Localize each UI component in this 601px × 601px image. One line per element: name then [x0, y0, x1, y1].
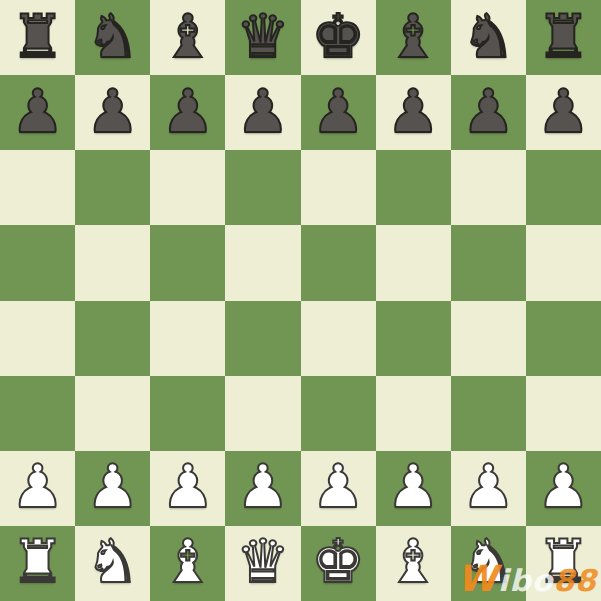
white-pawn[interactable]: ♟: [461, 456, 515, 516]
square-g8[interactable]: ♞: [451, 0, 526, 75]
white-king[interactable]: ♚: [311, 531, 365, 591]
square-g6[interactable]: [451, 150, 526, 225]
square-e8[interactable]: ♚: [301, 0, 376, 75]
square-e2[interactable]: ♟: [301, 451, 376, 526]
square-f1[interactable]: ♝: [376, 526, 451, 601]
white-rook[interactable]: ♜: [537, 531, 591, 591]
square-h1[interactable]: ♜: [526, 526, 601, 601]
square-a8[interactable]: ♜: [0, 0, 75, 75]
white-bishop[interactable]: ♝: [386, 531, 440, 591]
square-c3[interactable]: [150, 376, 225, 451]
square-b6[interactable]: [75, 150, 150, 225]
square-b3[interactable]: [75, 376, 150, 451]
square-d8[interactable]: ♛: [225, 0, 300, 75]
square-d3[interactable]: [225, 376, 300, 451]
square-e4[interactable]: [301, 301, 376, 376]
square-f5[interactable]: [376, 225, 451, 300]
black-rook[interactable]: ♜: [11, 6, 65, 66]
black-bishop[interactable]: ♝: [386, 6, 440, 66]
black-pawn[interactable]: ♟: [386, 81, 440, 141]
square-h4[interactable]: [526, 301, 601, 376]
square-d6[interactable]: [225, 150, 300, 225]
square-c8[interactable]: ♝: [150, 0, 225, 75]
square-d1[interactable]: ♛: [225, 526, 300, 601]
square-a4[interactable]: [0, 301, 75, 376]
square-c5[interactable]: [150, 225, 225, 300]
white-bishop[interactable]: ♝: [161, 531, 215, 591]
square-h8[interactable]: ♜: [526, 0, 601, 75]
square-d7[interactable]: ♟: [225, 75, 300, 150]
square-b7[interactable]: ♟: [75, 75, 150, 150]
black-pawn[interactable]: ♟: [236, 81, 290, 141]
white-pawn[interactable]: ♟: [386, 456, 440, 516]
square-g7[interactable]: ♟: [451, 75, 526, 150]
chess-board: ♜♞♝♛♚♝♞♜♟♟♟♟♟♟♟♟♟♟♟♟♟♟♟♟♜♞♝♛♚♝♞♜: [0, 0, 601, 601]
black-pawn[interactable]: ♟: [86, 81, 140, 141]
square-b1[interactable]: ♞: [75, 526, 150, 601]
square-c7[interactable]: ♟: [150, 75, 225, 150]
white-pawn[interactable]: ♟: [11, 456, 65, 516]
square-f7[interactable]: ♟: [376, 75, 451, 150]
square-g3[interactable]: [451, 376, 526, 451]
square-d2[interactable]: ♟: [225, 451, 300, 526]
square-g5[interactable]: [451, 225, 526, 300]
white-knight[interactable]: ♞: [86, 531, 140, 591]
white-knight[interactable]: ♞: [461, 531, 515, 591]
square-g4[interactable]: [451, 301, 526, 376]
black-pawn[interactable]: ♟: [11, 81, 65, 141]
chess-board-screenshot: ♜♞♝♛♚♝♞♜♟♟♟♟♟♟♟♟♟♟♟♟♟♟♟♟♜♞♝♛♚♝♞♜ Wibo88: [0, 0, 601, 601]
square-c6[interactable]: [150, 150, 225, 225]
white-pawn[interactable]: ♟: [86, 456, 140, 516]
square-h5[interactable]: [526, 225, 601, 300]
square-a7[interactable]: ♟: [0, 75, 75, 150]
black-pawn[interactable]: ♟: [461, 81, 515, 141]
square-a3[interactable]: [0, 376, 75, 451]
square-d4[interactable]: [225, 301, 300, 376]
square-g2[interactable]: ♟: [451, 451, 526, 526]
square-a6[interactable]: [0, 150, 75, 225]
square-e5[interactable]: [301, 225, 376, 300]
black-pawn[interactable]: ♟: [537, 81, 591, 141]
square-h7[interactable]: ♟: [526, 75, 601, 150]
square-f6[interactable]: [376, 150, 451, 225]
square-a2[interactable]: ♟: [0, 451, 75, 526]
square-f3[interactable]: [376, 376, 451, 451]
square-b4[interactable]: [75, 301, 150, 376]
square-b5[interactable]: [75, 225, 150, 300]
square-d5[interactable]: [225, 225, 300, 300]
black-queen[interactable]: ♛: [236, 6, 290, 66]
square-g1[interactable]: ♞: [451, 526, 526, 601]
square-f2[interactable]: ♟: [376, 451, 451, 526]
square-e7[interactable]: ♟: [301, 75, 376, 150]
square-h3[interactable]: [526, 376, 601, 451]
square-e3[interactable]: [301, 376, 376, 451]
square-b8[interactable]: ♞: [75, 0, 150, 75]
square-h2[interactable]: ♟: [526, 451, 601, 526]
black-pawn[interactable]: ♟: [161, 81, 215, 141]
black-bishop[interactable]: ♝: [161, 6, 215, 66]
square-a1[interactable]: ♜: [0, 526, 75, 601]
white-pawn[interactable]: ♟: [537, 456, 591, 516]
black-knight[interactable]: ♞: [86, 6, 140, 66]
black-king[interactable]: ♚: [311, 6, 365, 66]
white-pawn[interactable]: ♟: [161, 456, 215, 516]
square-b2[interactable]: ♟: [75, 451, 150, 526]
square-c4[interactable]: [150, 301, 225, 376]
black-pawn[interactable]: ♟: [311, 81, 365, 141]
white-pawn[interactable]: ♟: [311, 456, 365, 516]
white-rook[interactable]: ♜: [11, 531, 65, 591]
square-e1[interactable]: ♚: [301, 526, 376, 601]
square-h6[interactable]: [526, 150, 601, 225]
square-e6[interactable]: [301, 150, 376, 225]
square-c1[interactable]: ♝: [150, 526, 225, 601]
square-c2[interactable]: ♟: [150, 451, 225, 526]
black-rook[interactable]: ♜: [537, 6, 591, 66]
white-pawn[interactable]: ♟: [236, 456, 290, 516]
square-a5[interactable]: [0, 225, 75, 300]
square-f4[interactable]: [376, 301, 451, 376]
black-knight[interactable]: ♞: [461, 6, 515, 66]
square-f8[interactable]: ♝: [376, 0, 451, 75]
white-queen[interactable]: ♛: [236, 531, 290, 591]
